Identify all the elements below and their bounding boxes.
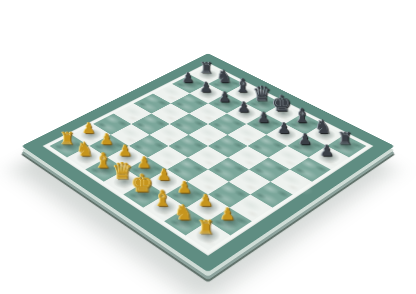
piece-black-pawn-h7: ♟: [311, 143, 344, 158]
board-grid: ♜♞♝♛♚♝♞♜♟♟♟♟♟♟♟♟♟♟♟♟♟♟♟♟♜♞♝♛♚♝♞♜: [50, 66, 367, 251]
square-h1: ♜: [186, 221, 231, 250]
square-f4: [208, 158, 249, 182]
square-g5: [249, 158, 290, 182]
chess-set-photo: ♜♞♝♛♚♝♞♜♟♟♟♟♟♟♟♟♟♟♟♟♟♟♟♟♜♞♝♛♚♝♞♜: [0, 0, 416, 294]
piece-white-rook-h1: ♜: [188, 218, 224, 237]
chess-board: ♜♞♝♛♚♝♞♜♟♟♟♟♟♟♟♟♟♟♟♟♟♟♟♟♜♞♝♛♚♝♞♜: [21, 53, 394, 272]
board-frame: ♜♞♝♛♚♝♞♜♟♟♟♟♟♟♟♟♟♟♟♟♟♟♟♟♜♞♝♛♚♝♞♜: [43, 63, 374, 256]
